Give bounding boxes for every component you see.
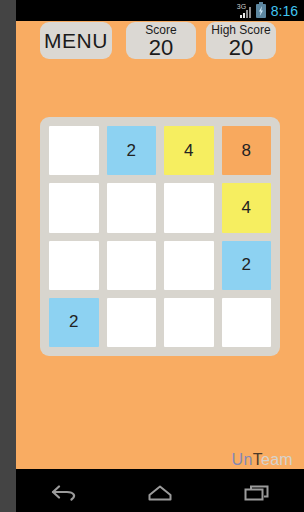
tile-r2-c4-4: 4: [222, 183, 272, 232]
brand-part-1: Un: [232, 451, 253, 468]
game-board[interactable]: 248422: [40, 117, 280, 356]
tile-r2-c1-empty: [49, 183, 99, 232]
tile-r2-c2-empty: [107, 183, 157, 232]
tile-r4-c3-empty: [164, 298, 214, 347]
brand-part-2: T: [253, 451, 261, 468]
signal-3g-icon: 3G: [237, 3, 253, 19]
tile-r3-c3-empty: [164, 241, 214, 290]
tile-r1-c1-empty: [49, 126, 99, 175]
recents-button[interactable]: [208, 469, 304, 512]
back-icon: [51, 485, 78, 501]
menu-button[interactable]: MENU: [40, 22, 112, 59]
header: MENU Score 20 High Score 20: [16, 22, 304, 59]
high-score-box: High Score 20: [206, 22, 276, 59]
score-box: Score 20: [126, 22, 196, 59]
clock: 8:16: [271, 4, 298, 18]
high-score-value: 20: [229, 37, 253, 59]
battery-charging-icon: [256, 2, 266, 18]
tile-r4-c1-2: 2: [49, 298, 99, 347]
brand-logo: UnTeam: [232, 450, 293, 469]
home-button[interactable]: [112, 469, 208, 512]
score-value: 20: [149, 37, 173, 59]
recents-icon: [244, 485, 269, 501]
tile-r2-c3-empty: [164, 183, 214, 232]
game-app-2048: MENU Score 20 High Score 20 248422 UnTea…: [16, 21, 304, 469]
back-button[interactable]: [16, 469, 112, 512]
brand-part-3: eam: [261, 451, 293, 468]
tile-r4-c2-empty: [107, 298, 157, 347]
tile-r1-c2-2: 2: [107, 126, 157, 175]
android-nav-bar: [16, 469, 304, 512]
signal-bars-icon: [240, 7, 252, 18]
tile-r1-c4-8: 8: [222, 126, 272, 175]
tile-r3-c4-2: 2: [222, 241, 272, 290]
home-icon: [147, 485, 173, 501]
tile-r3-c1-empty: [49, 241, 99, 290]
tile-r1-c3-4: 4: [164, 126, 214, 175]
tile-r3-c2-empty: [107, 241, 157, 290]
tile-r4-c4-empty: [222, 298, 272, 347]
status-bar: 3G 8:16: [16, 0, 304, 21]
phone-screen: 3G 8:16 MENU Score 20 High Score 20: [16, 0, 304, 512]
